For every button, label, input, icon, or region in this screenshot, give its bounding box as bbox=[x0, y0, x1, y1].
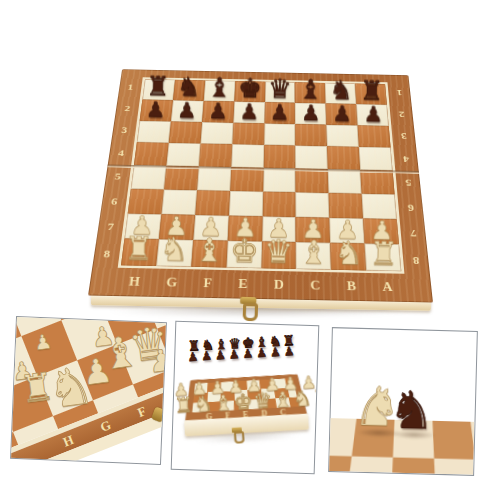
closeup-light-pawn: ♟ bbox=[89, 322, 116, 351]
rank-label-mirrored-4: 4 bbox=[402, 153, 409, 165]
square-b2: ♟ bbox=[326, 103, 358, 125]
file-label-G: G bbox=[166, 276, 178, 290]
dark-king: ♚ bbox=[238, 74, 262, 101]
light-rook: ♜ bbox=[124, 232, 154, 265]
square-g2: ♟ bbox=[171, 100, 204, 122]
rank-label-mirrored-3: 3 bbox=[400, 131, 407, 142]
rank-label-8: 8 bbox=[103, 247, 111, 261]
dark-pawn: ♟ bbox=[301, 102, 321, 124]
square-g3 bbox=[169, 121, 202, 144]
light-rook: ♜ bbox=[369, 237, 399, 270]
light-knight: ♞ bbox=[334, 237, 364, 270]
dark-pawn: ♟ bbox=[363, 103, 383, 125]
file-label-B: B bbox=[346, 280, 356, 294]
square-e3 bbox=[232, 122, 264, 145]
light-queen: ♛ bbox=[264, 235, 294, 268]
square-g8: ♞ bbox=[156, 239, 193, 266]
square-f3 bbox=[200, 122, 233, 145]
rank-label-4: 4 bbox=[117, 147, 124, 159]
square-g4 bbox=[166, 143, 200, 166]
square-e4 bbox=[231, 144, 264, 167]
dark-pawn: ♟ bbox=[177, 99, 197, 121]
closeup-letter-H: H bbox=[61, 431, 76, 450]
chess-board: ♜♞♝♚♛♝♞♜♟♟♟♟♟♟♟♟♟♟♟♟♟♟♟♟♜♞♝♚♛♝♞♜ 1234567… bbox=[88, 69, 433, 302]
board-frame: ♜♞♝♚♛♝♞♜♟♟♟♟♟♟♟♟♟♟♟♟♟♟♟♟♜♞♝♚♛♝♞♜ 1234567… bbox=[88, 69, 433, 302]
square-c4 bbox=[295, 146, 327, 169]
clasp-hook bbox=[243, 303, 259, 322]
square-a4 bbox=[359, 147, 393, 170]
dark-pawn: ♟ bbox=[146, 98, 166, 120]
rank-label-mirrored-2: 2 bbox=[398, 109, 405, 120]
file-label-F: F bbox=[203, 277, 212, 291]
rank-label-2: 2 bbox=[124, 103, 131, 114]
brass-clasp-icon bbox=[239, 297, 258, 320]
file-label-D: D bbox=[274, 278, 284, 292]
closeup-letter-F: F bbox=[135, 402, 148, 420]
thumbnail-full-set[interactable]: ♜♞♝♛♚♝♞♜ ♟♟♟♟♟♟♟♟ GFEDC ♟♟♟♟♟♟♟♟ ♜♞♝♚♛♝♞… bbox=[171, 321, 320, 474]
dark-rook: ♜ bbox=[360, 77, 384, 104]
square-c5 bbox=[296, 168, 329, 192]
square-f5 bbox=[197, 166, 231, 190]
dark-pawn: ♟ bbox=[208, 100, 228, 122]
square-d8: ♛ bbox=[261, 242, 296, 269]
full-set-photo-content: ♜♞♝♛♚♝♞♜ ♟♟♟♟♟♟♟♟ GFEDC ♟♟♟♟♟♟♟♟ ♜♞♝♚♛♝♞… bbox=[171, 321, 320, 474]
rank-label-5: 5 bbox=[114, 171, 122, 183]
light-knight: ♞ bbox=[159, 233, 189, 266]
square-h3 bbox=[137, 121, 171, 144]
thumbnail-two-knights[interactable]: ♞♞ bbox=[328, 327, 478, 476]
dark-knight: ♞ bbox=[176, 73, 200, 100]
square-f4 bbox=[199, 144, 232, 167]
rank-label-6: 6 bbox=[110, 195, 118, 208]
square-b4 bbox=[327, 146, 360, 169]
square-d4 bbox=[263, 145, 295, 168]
rank-label-mirrored-1: 1 bbox=[396, 88, 402, 98]
square-c8: ♝ bbox=[296, 242, 331, 269]
square-b8: ♞ bbox=[330, 243, 366, 270]
dark-pawn: ♟ bbox=[270, 101, 290, 123]
file-label-H: H bbox=[128, 275, 140, 289]
square-f8: ♝ bbox=[191, 240, 227, 267]
square-e5 bbox=[230, 167, 263, 191]
rank-label-3: 3 bbox=[121, 125, 128, 136]
square-d2: ♟ bbox=[264, 102, 295, 124]
square-d5 bbox=[263, 168, 296, 192]
square-g5 bbox=[164, 166, 199, 190]
square-a5 bbox=[360, 170, 394, 194]
square-h2: ♟ bbox=[140, 99, 173, 121]
dark-queen: ♛ bbox=[268, 75, 292, 102]
square-f2: ♟ bbox=[202, 101, 234, 123]
file-label-E: E bbox=[238, 277, 248, 291]
square-e8: ♚ bbox=[226, 241, 262, 268]
square-c3 bbox=[295, 124, 327, 147]
square-b5 bbox=[328, 169, 362, 193]
thumbnail-closeup-light-pieces[interactable]: HGFE ♟♜♞♟♝♟♛♟♟ bbox=[10, 316, 167, 465]
dark-pawn: ♟ bbox=[332, 102, 352, 124]
square-a2: ♟ bbox=[356, 104, 388, 126]
square-d3 bbox=[264, 123, 296, 146]
closeup-light-pawn: ♟ bbox=[33, 331, 53, 353]
dark-rook: ♜ bbox=[146, 72, 170, 99]
light-bishop: ♝ bbox=[299, 236, 329, 269]
dark-knight: ♞ bbox=[329, 76, 353, 103]
dark-pawn: ♟ bbox=[239, 100, 259, 122]
dark-knight: ♞ bbox=[388, 384, 436, 437]
rank-label-mirrored-7: 7 bbox=[409, 227, 416, 240]
square-h5 bbox=[131, 165, 166, 189]
square-c2: ♟ bbox=[295, 103, 326, 125]
file-label-A: A bbox=[382, 280, 393, 294]
rank-label-1: 1 bbox=[127, 82, 134, 92]
dark-bishop: ♝ bbox=[207, 74, 231, 101]
light-bishop: ♝ bbox=[194, 234, 224, 267]
square-h4 bbox=[134, 142, 169, 165]
rank-label-mirrored-6: 6 bbox=[407, 201, 414, 214]
square-a8: ♜ bbox=[365, 244, 402, 271]
rank-label-mirrored-8: 8 bbox=[412, 253, 420, 267]
square-e2: ♟ bbox=[233, 101, 265, 123]
square-b3 bbox=[326, 124, 358, 147]
dark-bishop: ♝ bbox=[299, 76, 323, 103]
square-a3 bbox=[358, 125, 391, 148]
square-h8: ♜ bbox=[121, 239, 159, 266]
board-squares: ♜♞♝♚♛♝♞♜♟♟♟♟♟♟♟♟♟♟♟♟♟♟♟♟♜♞♝♚♛♝♞♜ bbox=[118, 77, 405, 274]
closeup-letter-G: G bbox=[98, 416, 113, 435]
light-king: ♚ bbox=[229, 235, 259, 268]
rank-label-mirrored-5: 5 bbox=[405, 177, 412, 189]
rank-label-7: 7 bbox=[107, 221, 115, 234]
file-label-C: C bbox=[310, 279, 320, 293]
closeup-light-pawn: ♟ bbox=[146, 344, 167, 377]
